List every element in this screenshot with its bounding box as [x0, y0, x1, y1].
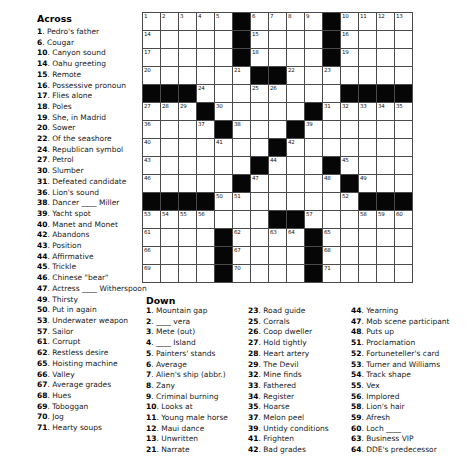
clue-number: 45: [37, 262, 47, 271]
cell-number: 63: [270, 229, 277, 236]
grid-cell[interactable]: [323, 121, 341, 139]
grid-cell[interactable]: 27: [143, 103, 161, 121]
grid-cell[interactable]: [341, 247, 359, 265]
grid-cell[interactable]: [179, 49, 197, 67]
grid-cell[interactable]: 58: [359, 211, 377, 229]
grid-cell[interactable]: 51: [233, 193, 251, 211]
grid-cell[interactable]: [179, 247, 197, 265]
clue-number: 48: [351, 327, 361, 336]
grid-cell[interactable]: [179, 157, 197, 175]
grid-cell[interactable]: [269, 247, 287, 265]
clue-text: . Toboggan: [47, 402, 88, 411]
grid-cell[interactable]: 60: [395, 211, 413, 229]
down-clue-list-col3: 44. Yearning47. Mob scene participant48.…: [351, 306, 473, 456]
grid-cell[interactable]: 59: [377, 211, 395, 229]
blocked-cell: [305, 229, 323, 247]
cell-number: 18: [252, 49, 259, 56]
grid-cell[interactable]: [287, 193, 305, 211]
grid-cell[interactable]: [305, 85, 323, 103]
clue-item: 3. Mete (out): [146, 327, 246, 338]
grid-cell[interactable]: 14: [143, 31, 161, 49]
grid-cell[interactable]: [359, 265, 377, 283]
blocked-cell: [305, 103, 323, 121]
grid-cell[interactable]: [161, 265, 179, 283]
cell-number: 9: [306, 13, 309, 20]
clue-item: 17. Flies alone: [37, 91, 143, 102]
cell-number: 21: [234, 67, 241, 74]
grid-cell[interactable]: [161, 49, 179, 67]
grid-cell[interactable]: [269, 121, 287, 139]
grid-cell[interactable]: 26: [269, 85, 287, 103]
grid-cell[interactable]: [359, 121, 377, 139]
grid-cell[interactable]: [359, 67, 377, 85]
grid-cell[interactable]: 37: [197, 121, 215, 139]
grid-cell[interactable]: [305, 139, 323, 157]
grid-cell[interactable]: 31: [323, 103, 341, 121]
grid-cell[interactable]: 7: [269, 13, 287, 31]
grid-cell[interactable]: 61: [143, 229, 161, 247]
cell-number: 60: [396, 211, 403, 218]
grid-cell[interactable]: [359, 139, 377, 157]
grid-cell[interactable]: [233, 103, 251, 121]
grid-cell[interactable]: 11: [359, 13, 377, 31]
grid-cell[interactable]: 41: [215, 139, 233, 157]
grid-cell[interactable]: [377, 139, 395, 157]
grid-cell[interactable]: 67: [233, 247, 251, 265]
grid-cell[interactable]: [359, 247, 377, 265]
grid-cell[interactable]: [269, 31, 287, 49]
clue-text: . ____ Island: [151, 338, 195, 347]
grid-cell[interactable]: 36: [143, 121, 161, 139]
grid-cell[interactable]: [251, 211, 269, 229]
clue-text: . Loch ____: [361, 424, 401, 433]
grid-cell[interactable]: 71: [323, 265, 341, 283]
clue-item: 70. Jog: [37, 412, 143, 423]
clue-item: 23. Road guide: [248, 306, 349, 317]
grid-cell[interactable]: 30: [215, 103, 233, 121]
clue-item: 44. Affirmative: [37, 252, 143, 263]
grid-cell[interactable]: 23: [323, 67, 341, 85]
grid-cell[interactable]: [233, 85, 251, 103]
grid-cell[interactable]: [197, 67, 215, 85]
clue-number: 63: [351, 434, 361, 443]
clue-item: 64. DDE's predecessor: [351, 445, 473, 456]
cell-number: 50: [216, 193, 223, 200]
grid-cell[interactable]: 65: [323, 229, 341, 247]
grid-cell[interactable]: 53: [143, 211, 161, 229]
clue-number: 18: [37, 102, 47, 111]
grid-cell[interactable]: 10: [341, 13, 359, 31]
grid-cell[interactable]: [179, 67, 197, 85]
clue-number: 64: [351, 445, 361, 454]
grid-cell[interactable]: [359, 49, 377, 67]
blocked-cell: [323, 13, 341, 31]
grid-cell[interactable]: 57: [305, 211, 323, 229]
grid-cell[interactable]: [287, 85, 305, 103]
grid-cell[interactable]: 62: [233, 229, 251, 247]
clue-text: . Abandons: [47, 230, 89, 239]
grid-cell[interactable]: 44: [269, 157, 287, 175]
grid-cell[interactable]: [161, 67, 179, 85]
grid-cell[interactable]: 43: [143, 157, 161, 175]
blocked-cell: [179, 193, 197, 211]
grid-cell[interactable]: [323, 193, 341, 211]
grid-cell[interactable]: 50: [215, 193, 233, 211]
grid-cell[interactable]: 40: [143, 139, 161, 157]
grid-cell[interactable]: 17: [143, 49, 161, 67]
clue-text: . Implored: [361, 392, 399, 401]
clue-text: . Yearning: [361, 306, 398, 315]
blocked-cell: [287, 121, 305, 139]
cell-number: 54: [162, 211, 169, 218]
cell-number: 70: [234, 265, 241, 272]
cell-number: 31: [324, 103, 331, 110]
grid-cell[interactable]: 22: [287, 67, 305, 85]
cell-number: 13: [396, 13, 403, 20]
grid-cell[interactable]: [377, 157, 395, 175]
grid-cell[interactable]: [395, 229, 413, 247]
grid-cell[interactable]: 48: [323, 175, 341, 193]
clue-number: 69: [37, 402, 47, 411]
grid-cell[interactable]: [341, 67, 359, 85]
grid-cell[interactable]: [161, 157, 179, 175]
grid-cell[interactable]: [197, 265, 215, 283]
grid-cell[interactable]: [377, 49, 395, 67]
clue-item: 21. Narrate: [146, 445, 246, 456]
clue-number: 70: [37, 412, 47, 421]
grid-cell[interactable]: [179, 139, 197, 157]
grid-cell[interactable]: 39: [305, 121, 323, 139]
grid-cell[interactable]: [197, 247, 215, 265]
clue-text: . Track shape: [361, 370, 410, 379]
grid-cell[interactable]: [359, 229, 377, 247]
grid-cell[interactable]: 2: [161, 13, 179, 31]
clue-number: 43: [37, 241, 47, 250]
grid-cell[interactable]: 42: [287, 139, 305, 157]
grid-cell[interactable]: 70: [233, 265, 251, 283]
clue-number: 50: [37, 305, 47, 314]
grid-cell[interactable]: 54: [161, 211, 179, 229]
cell-number: 34: [378, 103, 385, 110]
grid-cell[interactable]: [305, 157, 323, 175]
clue-text: . Bad grades: [258, 445, 305, 454]
grid-cell[interactable]: [197, 229, 215, 247]
grid-cell[interactable]: [215, 49, 233, 67]
clue-text: . Register: [258, 392, 294, 401]
blocked-cell: [161, 85, 179, 103]
grid-cell[interactable]: 34: [377, 103, 395, 121]
clue-text: . Put in again: [47, 305, 96, 314]
grid-cell[interactable]: [341, 229, 359, 247]
grid-cell[interactable]: 24: [197, 85, 215, 103]
grid-cell[interactable]: [251, 139, 269, 157]
grid-cell[interactable]: [161, 139, 179, 157]
grid-cell[interactable]: 66: [143, 247, 161, 265]
cell-number: 12: [378, 13, 385, 20]
grid-cell[interactable]: [215, 67, 233, 85]
cell-number: 56: [198, 211, 205, 218]
grid-cell[interactable]: 8: [287, 13, 305, 31]
grid-cell[interactable]: [395, 121, 413, 139]
clue-number: 31: [37, 177, 47, 186]
blocked-cell: [395, 193, 413, 211]
grid-cell[interactable]: [233, 211, 251, 229]
grid-cell[interactable]: 1: [143, 13, 161, 31]
grid-cell[interactable]: [161, 121, 179, 139]
grid-cell[interactable]: 9: [305, 13, 323, 31]
clue-number: 21: [146, 445, 156, 454]
grid-cell[interactable]: 49: [359, 175, 377, 193]
grid-cell[interactable]: 28: [161, 103, 179, 121]
clue-item: 13. Unwritten: [146, 434, 246, 445]
clue-text: . ____ vera: [151, 317, 190, 326]
grid-cell[interactable]: [395, 67, 413, 85]
clue-item: 50. Put in again: [37, 305, 143, 316]
grid-cell[interactable]: 16: [341, 31, 359, 49]
grid-cell[interactable]: 5: [215, 13, 233, 31]
down-heading: Down: [146, 295, 226, 306]
cell-number: 59: [378, 211, 385, 218]
grid-cell[interactable]: [341, 121, 359, 139]
grid-cell[interactable]: 19: [341, 49, 359, 67]
clue-item: 32. Mine finds: [248, 370, 349, 381]
grid-cell[interactable]: 35: [395, 103, 413, 121]
clue-text: . Republican symbol: [47, 145, 123, 154]
clue-number: 36: [37, 188, 47, 197]
clue-text: . Maui dance: [156, 424, 204, 433]
clue-number: 30: [37, 166, 47, 175]
grid-cell[interactable]: [215, 175, 233, 193]
grid-cell[interactable]: [161, 229, 179, 247]
clue-text: . Yacht spot: [47, 209, 90, 218]
blocked-cell: [233, 13, 251, 31]
grid-cell[interactable]: [179, 265, 197, 283]
grid-cell[interactable]: [305, 193, 323, 211]
grid-cell[interactable]: 18: [251, 49, 269, 67]
grid-cell[interactable]: [287, 265, 305, 283]
grid-cell[interactable]: 15: [251, 31, 269, 49]
clue-item: 19. She, in Madrid: [37, 113, 143, 124]
grid-cell[interactable]: [305, 67, 323, 85]
grid-cell[interactable]: [395, 157, 413, 175]
clue-text: . Sailor: [47, 327, 73, 336]
clue-item: 27. Petrol: [37, 155, 143, 166]
grid-cell[interactable]: [359, 157, 377, 175]
grid-cell[interactable]: [161, 247, 179, 265]
grid-cell[interactable]: [197, 157, 215, 175]
grid-cell[interactable]: [161, 31, 179, 49]
grid-cell[interactable]: 47: [251, 175, 269, 193]
grid-cell[interactable]: 33: [359, 103, 377, 121]
grid-cell[interactable]: [197, 31, 215, 49]
grid-cell[interactable]: [161, 175, 179, 193]
clue-item: 53. Turner and Williams: [351, 360, 473, 371]
grid-cell[interactable]: [179, 31, 197, 49]
clue-text: . DDE's predecessor: [361, 445, 436, 454]
across-clue-list: 1. Pedro's father6. Cougar10. Canyon sou…: [37, 27, 143, 434]
clue-text: . Trickle: [47, 262, 76, 271]
clue-text: . Poles: [47, 102, 71, 111]
grid-cell[interactable]: [197, 175, 215, 193]
grid-cell[interactable]: [305, 49, 323, 67]
clue-number: 20: [37, 123, 47, 132]
grid-cell[interactable]: [395, 247, 413, 265]
cell-number: 24: [198, 85, 205, 92]
grid-cell[interactable]: [269, 175, 287, 193]
blocked-cell: [215, 265, 233, 283]
grid-cell[interactable]: [251, 121, 269, 139]
grid-cell[interactable]: [395, 31, 413, 49]
grid-cell[interactable]: [179, 175, 197, 193]
grid-cell[interactable]: 20: [143, 67, 161, 85]
grid-cell[interactable]: 32: [341, 103, 359, 121]
grid-cell[interactable]: [233, 157, 251, 175]
clue-item: 59. Afresh: [351, 413, 473, 424]
grid-cell[interactable]: [179, 229, 197, 247]
grid-cell[interactable]: [395, 139, 413, 157]
grid-cell[interactable]: [287, 49, 305, 67]
grid-cell[interactable]: 69: [143, 265, 161, 283]
clue-text: . Narrate: [156, 445, 189, 454]
blocked-cell: [233, 31, 251, 49]
cell-number: 51: [234, 193, 241, 200]
grid-cell[interactable]: [377, 67, 395, 85]
clue-item: 42. Bad grades: [248, 445, 349, 456]
grid-cell[interactable]: 4: [197, 13, 215, 31]
clue-item: 44. Yearning: [351, 306, 473, 317]
grid-cell[interactable]: [377, 175, 395, 193]
clue-text: . Petrol: [47, 155, 73, 164]
grid-cell[interactable]: [269, 103, 287, 121]
clue-number: 44: [351, 306, 361, 315]
blocked-cell: [305, 247, 323, 265]
grid-cell[interactable]: [287, 31, 305, 49]
grid-cell[interactable]: [323, 85, 341, 103]
clue-item: 36. Lion's sound: [37, 188, 143, 199]
cell-number: 62: [234, 229, 241, 236]
clue-item: 37. Melon peel: [248, 413, 349, 424]
clue-number: 52: [351, 349, 361, 358]
grid-cell[interactable]: 25: [251, 85, 269, 103]
grid-cell[interactable]: [215, 31, 233, 49]
grid-cell[interactable]: [197, 139, 215, 157]
grid-cell[interactable]: 55: [179, 211, 197, 229]
grid-cell[interactable]: [395, 175, 413, 193]
grid-cell[interactable]: [305, 31, 323, 49]
grid-cell[interactable]: [269, 49, 287, 67]
clue-number: 62: [37, 348, 47, 357]
grid-cell[interactable]: [323, 139, 341, 157]
grid-cell[interactable]: 68: [323, 247, 341, 265]
grid-cell[interactable]: [395, 265, 413, 283]
grid-cell[interactable]: 3: [179, 13, 197, 31]
clue-item: 6. Average: [146, 360, 246, 371]
grid-cell[interactable]: [341, 139, 359, 157]
grid-cell[interactable]: 46: [143, 175, 161, 193]
clue-text: . Hold tightly: [258, 338, 306, 347]
grid-cell[interactable]: [251, 265, 269, 283]
grid-cell[interactable]: [287, 157, 305, 175]
clue-number: 10: [146, 402, 156, 411]
grid-cell[interactable]: [377, 229, 395, 247]
grid-cell[interactable]: [197, 49, 215, 67]
clue-text: . Zany: [151, 381, 175, 390]
grid-cell[interactable]: [215, 211, 233, 229]
clue-number: 38: [37, 198, 47, 207]
grid-cell[interactable]: 56: [197, 211, 215, 229]
cell-number: 14: [144, 31, 151, 38]
cell-number: 16: [342, 31, 349, 38]
grid-cell[interactable]: [341, 265, 359, 283]
clue-item: 6. Cougar: [37, 38, 143, 49]
grid-cell[interactable]: 64: [287, 229, 305, 247]
cell-number: 43: [144, 157, 151, 164]
grid-cell[interactable]: [305, 175, 323, 193]
clue-text: . Underwater weapon: [47, 316, 128, 325]
grid-cell[interactable]: [377, 247, 395, 265]
grid-cell[interactable]: [251, 247, 269, 265]
grid-cell[interactable]: 6: [251, 13, 269, 31]
clue-text: . Pedro's father: [42, 27, 99, 36]
grid-cell[interactable]: [359, 31, 377, 49]
grid-cell[interactable]: [215, 157, 233, 175]
grid-cell[interactable]: 63: [269, 229, 287, 247]
grid-cell[interactable]: [251, 193, 269, 211]
clue-item: 66. Valley: [37, 370, 143, 381]
clue-number: 33: [248, 381, 258, 390]
grid-cell[interactable]: 38: [233, 121, 251, 139]
grid-cell[interactable]: [287, 175, 305, 193]
cell-number: 67: [234, 247, 241, 254]
grid-cell[interactable]: [179, 121, 197, 139]
crossword-grid: 1234567891011121314151617181920212223242…: [142, 12, 413, 283]
grid-cell[interactable]: [287, 247, 305, 265]
grid-cell[interactable]: [251, 103, 269, 121]
grid-cell[interactable]: 21: [233, 67, 251, 85]
clue-item: 29. The Devil: [248, 360, 349, 371]
grid-cell[interactable]: [251, 229, 269, 247]
clue-item: 62. Restless desire: [37, 348, 143, 359]
clue-text: . Sower: [47, 123, 75, 132]
clue-text: . Average: [151, 360, 187, 369]
clue-text: . Fathered: [258, 381, 296, 390]
cell-number: 35: [396, 103, 403, 110]
grid-cell[interactable]: [341, 211, 359, 229]
grid-cell[interactable]: 45: [341, 157, 359, 175]
grid-cell[interactable]: [287, 103, 305, 121]
clue-item: 28. Heart artery: [248, 349, 349, 360]
grid-cell[interactable]: 52: [341, 193, 359, 211]
clue-item: 47. Actress ____ Witherspoon: [37, 284, 143, 295]
grid-cell[interactable]: [269, 265, 287, 283]
clue-text: . Mine finds: [258, 370, 301, 379]
blocked-cell: [305, 265, 323, 283]
grid-cell[interactable]: [233, 139, 251, 157]
grid-cell[interactable]: [377, 31, 395, 49]
clue-text: . Heart artery: [258, 349, 309, 358]
grid-cell[interactable]: [377, 265, 395, 283]
grid-cell[interactable]: [269, 193, 287, 211]
blocked-cell: [233, 49, 251, 67]
grid-cell[interactable]: 13: [395, 13, 413, 31]
cell-number: 68: [324, 247, 331, 254]
grid-cell[interactable]: [377, 121, 395, 139]
grid-cell[interactable]: 29: [179, 103, 197, 121]
grid-cell[interactable]: 12: [377, 13, 395, 31]
grid-cell[interactable]: [395, 49, 413, 67]
grid-cell[interactable]: [323, 211, 341, 229]
grid-cell[interactable]: [215, 85, 233, 103]
